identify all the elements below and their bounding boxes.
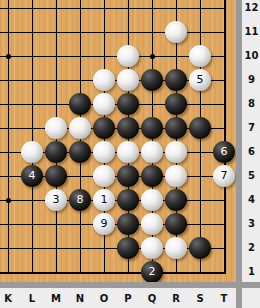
go-board: 564738192 bbox=[0, 0, 236, 282]
point-T9[interactable] bbox=[212, 68, 236, 92]
point-M4[interactable]: 3 bbox=[44, 188, 68, 212]
point-L10[interactable] bbox=[20, 44, 44, 68]
white-stone-O6[interactable] bbox=[93, 141, 115, 163]
point-O4[interactable]: 1 bbox=[92, 188, 116, 212]
column-label-T: T bbox=[212, 291, 236, 307]
point-N3[interactable] bbox=[68, 212, 92, 236]
row-label-3: 3 bbox=[243, 216, 260, 232]
point-O3[interactable]: 9 bbox=[92, 212, 116, 236]
black-stone-M6[interactable] bbox=[45, 141, 67, 163]
point-Q1[interactable]: 2 bbox=[140, 260, 164, 284]
point-L12[interactable] bbox=[20, 0, 44, 20]
point-K5[interactable] bbox=[0, 164, 20, 188]
black-stone-R8[interactable] bbox=[165, 93, 187, 115]
column-label-M: M bbox=[44, 291, 68, 307]
point-P12[interactable] bbox=[116, 0, 140, 20]
point-N2[interactable] bbox=[68, 236, 92, 260]
black-stone-P5[interactable] bbox=[117, 165, 139, 187]
white-stone-R2[interactable] bbox=[165, 237, 187, 259]
point-P10[interactable] bbox=[116, 44, 140, 68]
white-stone-Q3[interactable] bbox=[141, 213, 163, 235]
point-M12[interactable] bbox=[44, 0, 68, 20]
point-S9[interactable]: 5 bbox=[188, 68, 212, 92]
point-M9[interactable] bbox=[44, 68, 68, 92]
row-label-11: 11 bbox=[243, 24, 260, 40]
point-Q10[interactable] bbox=[140, 44, 164, 68]
point-P7[interactable] bbox=[116, 116, 140, 140]
black-stone-R9[interactable] bbox=[165, 69, 187, 91]
white-stone-M4[interactable]: 3 bbox=[45, 189, 67, 211]
point-K10[interactable] bbox=[0, 44, 20, 68]
point-P5[interactable] bbox=[116, 164, 140, 188]
point-K8[interactable] bbox=[0, 92, 20, 116]
point-N7[interactable] bbox=[68, 116, 92, 140]
point-L4[interactable] bbox=[20, 188, 44, 212]
point-T4[interactable] bbox=[212, 188, 236, 212]
column-label-R: R bbox=[164, 291, 188, 307]
point-N11[interactable] bbox=[68, 20, 92, 44]
point-S11[interactable] bbox=[188, 20, 212, 44]
point-L5[interactable]: 4 bbox=[20, 164, 44, 188]
point-R2[interactable] bbox=[164, 236, 188, 260]
point-L9[interactable] bbox=[20, 68, 44, 92]
point-T11[interactable] bbox=[212, 20, 236, 44]
point-N9[interactable] bbox=[68, 68, 92, 92]
point-R8[interactable] bbox=[164, 92, 188, 116]
point-O10[interactable] bbox=[92, 44, 116, 68]
point-S2[interactable] bbox=[188, 236, 212, 260]
point-N5[interactable] bbox=[68, 164, 92, 188]
white-stone-L6[interactable] bbox=[21, 141, 43, 163]
black-stone-S7[interactable] bbox=[189, 117, 211, 139]
white-stone-P10[interactable] bbox=[117, 45, 139, 67]
point-O11[interactable] bbox=[92, 20, 116, 44]
row-label-2: 2 bbox=[243, 240, 260, 256]
white-stone-O8[interactable] bbox=[93, 93, 115, 115]
black-stone-P2[interactable] bbox=[117, 237, 139, 259]
point-N4[interactable]: 8 bbox=[68, 188, 92, 212]
move-number-label: 5 bbox=[197, 69, 204, 91]
point-L2[interactable] bbox=[20, 236, 44, 260]
white-stone-S9[interactable]: 5 bbox=[189, 69, 211, 91]
point-P9[interactable] bbox=[116, 68, 140, 92]
point-M11[interactable] bbox=[44, 20, 68, 44]
point-S7[interactable] bbox=[188, 116, 212, 140]
point-N12[interactable] bbox=[68, 0, 92, 20]
move-number-label: 2 bbox=[149, 261, 156, 283]
point-M2[interactable] bbox=[44, 236, 68, 260]
point-T7[interactable] bbox=[212, 116, 236, 140]
black-stone-P4[interactable] bbox=[117, 189, 139, 211]
point-R7[interactable] bbox=[164, 116, 188, 140]
point-R9[interactable] bbox=[164, 68, 188, 92]
black-stone-L5[interactable]: 4 bbox=[21, 165, 43, 187]
white-stone-R6[interactable] bbox=[165, 141, 187, 163]
move-number-label: 1 bbox=[101, 189, 108, 211]
point-O8[interactable] bbox=[92, 92, 116, 116]
point-Q8[interactable] bbox=[140, 92, 164, 116]
column-label-K: K bbox=[0, 291, 20, 307]
point-P6[interactable] bbox=[116, 140, 140, 164]
white-stone-P6[interactable] bbox=[117, 141, 139, 163]
row-label-7: 7 bbox=[243, 120, 260, 136]
column-label-L: L bbox=[20, 291, 44, 307]
point-O6[interactable] bbox=[92, 140, 116, 164]
column-label-Q: Q bbox=[140, 291, 164, 307]
point-R6[interactable] bbox=[164, 140, 188, 164]
black-stone-R3[interactable] bbox=[165, 213, 187, 235]
point-M3[interactable] bbox=[44, 212, 68, 236]
black-stone-P8[interactable] bbox=[117, 93, 139, 115]
point-O1[interactable] bbox=[92, 260, 116, 284]
point-S10[interactable] bbox=[188, 44, 212, 68]
white-stone-Q2[interactable] bbox=[141, 237, 163, 259]
column-label-S: S bbox=[188, 291, 212, 307]
point-Q6[interactable] bbox=[140, 140, 164, 164]
point-T6[interactable]: 6 bbox=[212, 140, 236, 164]
black-stone-M5[interactable] bbox=[45, 165, 67, 187]
white-stone-Q4[interactable] bbox=[141, 189, 163, 211]
point-L3[interactable] bbox=[20, 212, 44, 236]
row-label-1: 1 bbox=[243, 264, 260, 280]
row-label-4: 4 bbox=[243, 192, 260, 208]
stones-grid: 564738192 bbox=[0, 0, 236, 284]
point-O5[interactable] bbox=[92, 164, 116, 188]
point-S1[interactable] bbox=[188, 260, 212, 284]
white-stone-Q6[interactable] bbox=[141, 141, 163, 163]
point-R3[interactable] bbox=[164, 212, 188, 236]
point-M1[interactable] bbox=[44, 260, 68, 284]
point-S3[interactable] bbox=[188, 212, 212, 236]
row-label-12: 12 bbox=[243, 0, 260, 16]
point-S5[interactable] bbox=[188, 164, 212, 188]
white-stone-S10[interactable] bbox=[189, 45, 211, 67]
white-stone-O4[interactable]: 1 bbox=[93, 189, 115, 211]
point-M7[interactable] bbox=[44, 116, 68, 140]
black-stone-P3[interactable] bbox=[117, 213, 139, 235]
white-stone-R11[interactable] bbox=[165, 21, 187, 43]
point-M5[interactable] bbox=[44, 164, 68, 188]
point-K11[interactable] bbox=[0, 20, 20, 44]
point-P1[interactable] bbox=[116, 260, 140, 284]
point-K7[interactable] bbox=[0, 116, 20, 140]
point-P4[interactable] bbox=[116, 188, 140, 212]
row-label-6: 6 bbox=[243, 144, 260, 160]
point-K9[interactable] bbox=[0, 68, 20, 92]
point-P11[interactable] bbox=[116, 20, 140, 44]
row-label-9: 9 bbox=[243, 72, 260, 88]
point-T3[interactable] bbox=[212, 212, 236, 236]
black-stone-Q9[interactable] bbox=[141, 69, 163, 91]
black-stone-S2[interactable] bbox=[189, 237, 211, 259]
point-T2[interactable] bbox=[212, 236, 236, 260]
point-R5[interactable] bbox=[164, 164, 188, 188]
point-N10[interactable] bbox=[68, 44, 92, 68]
point-K3[interactable] bbox=[0, 212, 20, 236]
point-R12[interactable] bbox=[164, 0, 188, 20]
point-T8[interactable] bbox=[212, 92, 236, 116]
go-diagram: 564738192 121110987654321 KLMNOPQRST bbox=[0, 0, 260, 308]
black-stone-N6[interactable] bbox=[69, 141, 91, 163]
point-R11[interactable] bbox=[164, 20, 188, 44]
column-label-P: P bbox=[116, 291, 140, 307]
white-stone-T5[interactable]: 7 bbox=[213, 165, 235, 187]
point-L1[interactable] bbox=[20, 260, 44, 284]
white-stone-P9[interactable] bbox=[117, 69, 139, 91]
point-N1[interactable] bbox=[68, 260, 92, 284]
point-Q3[interactable] bbox=[140, 212, 164, 236]
row-label-10: 10 bbox=[243, 48, 260, 64]
point-R4[interactable] bbox=[164, 188, 188, 212]
black-stone-R7[interactable] bbox=[165, 117, 187, 139]
point-Q12[interactable] bbox=[140, 0, 164, 20]
move-number-label: 6 bbox=[221, 141, 228, 163]
move-number-label: 4 bbox=[29, 165, 36, 187]
point-K2[interactable] bbox=[0, 236, 20, 260]
point-T5[interactable]: 7 bbox=[212, 164, 236, 188]
point-Q5[interactable] bbox=[140, 164, 164, 188]
point-M6[interactable] bbox=[44, 140, 68, 164]
point-Q9[interactable] bbox=[140, 68, 164, 92]
row-label-8: 8 bbox=[243, 96, 260, 112]
white-stone-O3[interactable]: 9 bbox=[93, 213, 115, 235]
point-K12[interactable] bbox=[0, 0, 20, 20]
black-stone-N8[interactable] bbox=[69, 93, 91, 115]
point-Q4[interactable] bbox=[140, 188, 164, 212]
point-N8[interactable] bbox=[68, 92, 92, 116]
point-P3[interactable] bbox=[116, 212, 140, 236]
point-K6[interactable] bbox=[0, 140, 20, 164]
point-T10[interactable] bbox=[212, 44, 236, 68]
point-L8[interactable] bbox=[20, 92, 44, 116]
column-label-N: N bbox=[68, 291, 92, 307]
black-stone-N4[interactable]: 8 bbox=[69, 189, 91, 211]
white-stone-O5[interactable] bbox=[93, 165, 115, 187]
column-label-O: O bbox=[92, 291, 116, 307]
point-O12[interactable] bbox=[92, 0, 116, 20]
margin-strip-right bbox=[236, 0, 242, 308]
point-P8[interactable] bbox=[116, 92, 140, 116]
point-M8[interactable] bbox=[44, 92, 68, 116]
point-S12[interactable] bbox=[188, 0, 212, 20]
point-L11[interactable] bbox=[20, 20, 44, 44]
point-L6[interactable] bbox=[20, 140, 44, 164]
point-Q7[interactable] bbox=[140, 116, 164, 140]
move-number-label: 9 bbox=[101, 213, 108, 235]
point-T1[interactable] bbox=[212, 260, 236, 284]
move-number-label: 7 bbox=[221, 165, 228, 187]
point-K1[interactable] bbox=[0, 260, 20, 284]
margin-strip-bottom bbox=[0, 282, 260, 288]
black-stone-Q7[interactable] bbox=[141, 117, 163, 139]
point-L7[interactable] bbox=[20, 116, 44, 140]
point-K4[interactable] bbox=[0, 188, 20, 212]
white-stone-O9[interactable] bbox=[93, 69, 115, 91]
black-stone-Q5[interactable] bbox=[141, 165, 163, 187]
point-O9[interactable] bbox=[92, 68, 116, 92]
black-stone-R4[interactable] bbox=[165, 189, 187, 211]
point-S4[interactable] bbox=[188, 188, 212, 212]
black-stone-T6[interactable]: 6 bbox=[213, 141, 235, 163]
white-stone-R5[interactable] bbox=[165, 165, 187, 187]
move-number-label: 3 bbox=[53, 189, 60, 211]
white-stone-M7[interactable] bbox=[45, 117, 67, 139]
row-label-5: 5 bbox=[243, 168, 260, 184]
point-Q2[interactable] bbox=[140, 236, 164, 260]
point-O7[interactable] bbox=[92, 116, 116, 140]
point-P2[interactable] bbox=[116, 236, 140, 260]
black-stone-Q1[interactable]: 2 bbox=[141, 261, 163, 283]
black-stone-O7[interactable] bbox=[93, 117, 115, 139]
black-stone-P7[interactable] bbox=[117, 117, 139, 139]
point-M10[interactable] bbox=[44, 44, 68, 68]
point-S8[interactable] bbox=[188, 92, 212, 116]
point-N6[interactable] bbox=[68, 140, 92, 164]
point-O2[interactable] bbox=[92, 236, 116, 260]
point-R10[interactable] bbox=[164, 44, 188, 68]
point-T12[interactable] bbox=[212, 0, 236, 20]
point-Q11[interactable] bbox=[140, 20, 164, 44]
point-S6[interactable] bbox=[188, 140, 212, 164]
white-stone-N7[interactable] bbox=[69, 117, 91, 139]
point-R1[interactable] bbox=[164, 260, 188, 284]
move-number-label: 8 bbox=[77, 189, 84, 211]
